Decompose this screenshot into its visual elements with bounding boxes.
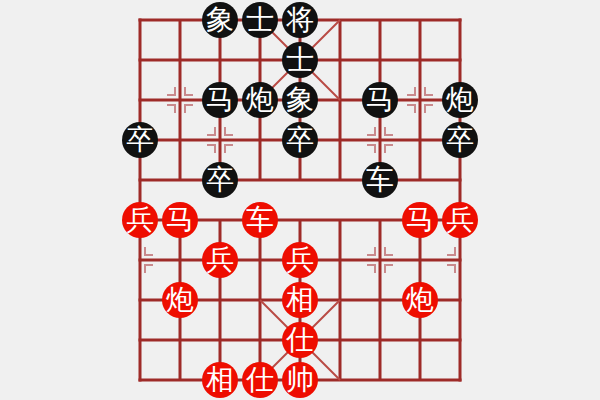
black-horse-glyph: 马 xyxy=(202,82,238,118)
red-advisor-glyph: 仕 xyxy=(282,322,318,358)
black-general[interactable]: 将 xyxy=(280,0,320,40)
red-soldier-glyph: 兵 xyxy=(202,242,238,278)
red-cannon-glyph: 炮 xyxy=(402,282,438,318)
black-soldier-glyph: 卒 xyxy=(282,122,318,158)
xiangqi-board[interactable]: 象士将士马炮象马炮卒卒卒卒车兵马车马兵兵兵炮相炮仕相仕帅 xyxy=(0,0,600,400)
red-elephant[interactable]: 相 xyxy=(200,360,240,400)
black-soldier[interactable]: 卒 xyxy=(440,120,480,160)
red-cannon-glyph: 炮 xyxy=(162,282,198,318)
black-horse[interactable]: 马 xyxy=(200,80,240,120)
red-soldier[interactable]: 兵 xyxy=(120,200,160,240)
black-elephant[interactable]: 象 xyxy=(200,0,240,40)
black-advisor[interactable]: 士 xyxy=(240,0,280,40)
black-chariot[interactable]: 车 xyxy=(360,160,400,200)
red-horse[interactable]: 马 xyxy=(400,200,440,240)
red-elephant-glyph: 相 xyxy=(282,282,318,318)
red-general[interactable]: 帅 xyxy=(280,360,320,400)
red-cannon[interactable]: 炮 xyxy=(160,280,200,320)
black-horse-glyph: 马 xyxy=(362,82,398,118)
red-chariot-glyph: 车 xyxy=(242,202,278,238)
black-soldier-glyph: 卒 xyxy=(202,162,238,198)
black-soldier[interactable]: 卒 xyxy=(200,160,240,200)
black-cannon[interactable]: 炮 xyxy=(240,80,280,120)
black-advisor[interactable]: 士 xyxy=(280,40,320,80)
black-elephant-glyph: 象 xyxy=(202,2,238,38)
black-soldier-glyph: 卒 xyxy=(122,122,158,158)
red-soldier-glyph: 兵 xyxy=(442,202,478,238)
red-horse[interactable]: 马 xyxy=(160,200,200,240)
black-elephant-glyph: 象 xyxy=(282,82,318,118)
red-advisor[interactable]: 仕 xyxy=(240,360,280,400)
red-advisor-glyph: 仕 xyxy=(242,362,278,398)
red-soldier[interactable]: 兵 xyxy=(200,240,240,280)
red-soldier-glyph: 兵 xyxy=(282,242,318,278)
red-elephant-glyph: 相 xyxy=(202,362,238,398)
black-cannon[interactable]: 炮 xyxy=(440,80,480,120)
black-soldier[interactable]: 卒 xyxy=(120,120,160,160)
red-elephant[interactable]: 相 xyxy=(280,280,320,320)
black-advisor-glyph: 士 xyxy=(242,2,278,38)
black-chariot-glyph: 车 xyxy=(362,162,398,198)
red-horse-glyph: 马 xyxy=(402,202,438,238)
red-horse-glyph: 马 xyxy=(162,202,198,238)
red-chariot[interactable]: 车 xyxy=(240,200,280,240)
red-advisor[interactable]: 仕 xyxy=(280,320,320,360)
pieces-layer: 象士将士马炮象马炮卒卒卒卒车兵马车马兵兵兵炮相炮仕相仕帅 xyxy=(120,0,480,400)
black-general-glyph: 将 xyxy=(282,2,318,38)
black-horse[interactable]: 马 xyxy=(360,80,400,120)
red-soldier-glyph: 兵 xyxy=(122,202,158,238)
xiangqi-app: 象士将士马炮象马炮卒卒卒卒车兵马车马兵兵兵炮相炮仕相仕帅 xyxy=(0,0,600,400)
black-soldier[interactable]: 卒 xyxy=(280,120,320,160)
black-cannon-glyph: 炮 xyxy=(442,82,478,118)
red-cannon[interactable]: 炮 xyxy=(400,280,440,320)
black-advisor-glyph: 士 xyxy=(282,42,318,78)
red-soldier[interactable]: 兵 xyxy=(280,240,320,280)
red-general-glyph: 帅 xyxy=(282,362,318,398)
black-cannon-glyph: 炮 xyxy=(242,82,278,118)
red-soldier[interactable]: 兵 xyxy=(440,200,480,240)
black-soldier-glyph: 卒 xyxy=(442,122,478,158)
black-elephant[interactable]: 象 xyxy=(280,80,320,120)
